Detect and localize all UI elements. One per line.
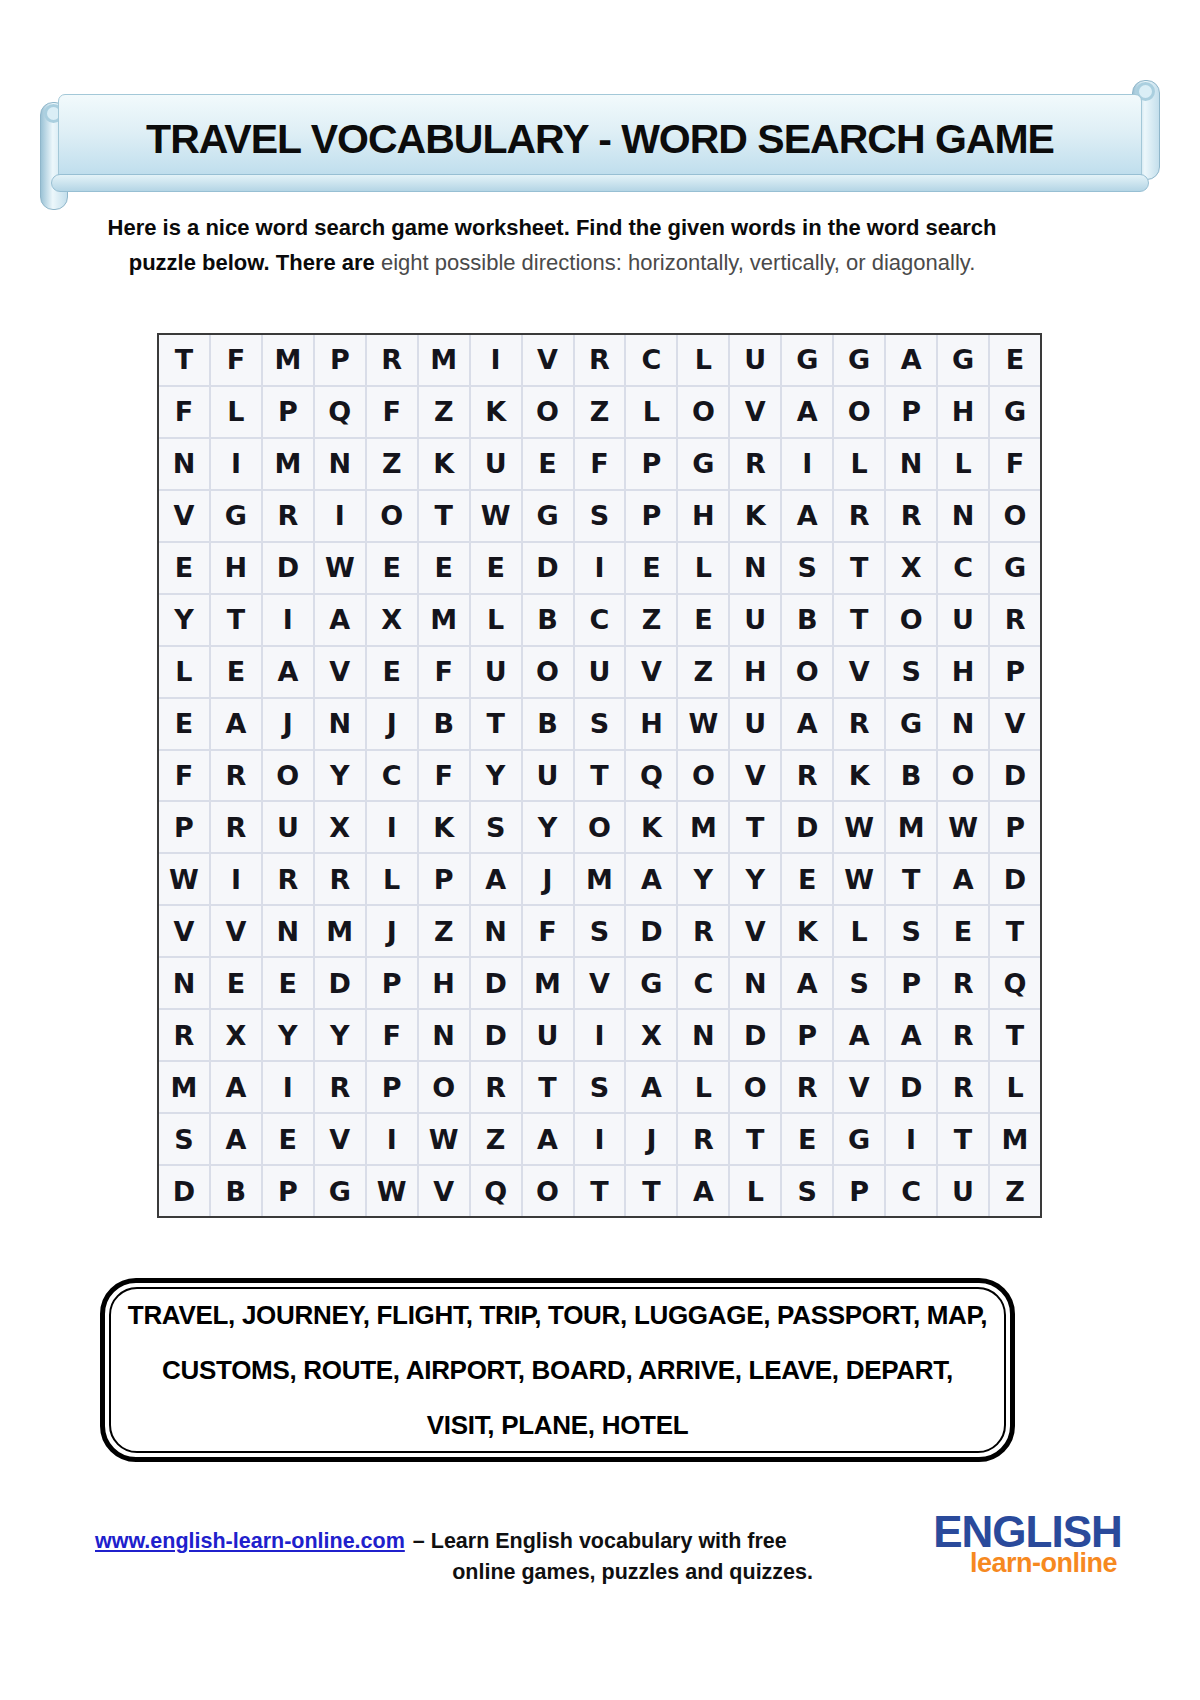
grid-cell: V bbox=[315, 647, 365, 697]
grid-cell: E bbox=[626, 543, 676, 593]
grid-cell: A bbox=[211, 1114, 261, 1164]
grid-cell: R bbox=[886, 491, 936, 541]
grid-cell: I bbox=[367, 802, 417, 852]
grid-cell: R bbox=[263, 854, 313, 904]
grid-cell: Q bbox=[626, 751, 676, 801]
grid-cell: U bbox=[523, 751, 573, 801]
grid-cell: B bbox=[523, 595, 573, 645]
grid-cell: K bbox=[419, 439, 469, 489]
grid-cell: T bbox=[419, 491, 469, 541]
grid-cell: N bbox=[678, 1010, 728, 1060]
grid-cell: N bbox=[159, 439, 209, 489]
grid-cell: H bbox=[211, 543, 261, 593]
grid-cell: W bbox=[315, 543, 365, 593]
grid-cell: O bbox=[782, 647, 832, 697]
grid-cell: F bbox=[419, 751, 469, 801]
grid-cell: U bbox=[730, 699, 780, 749]
grid-cell: G bbox=[626, 958, 676, 1008]
grid-cell: G bbox=[782, 335, 832, 385]
grid-cell: E bbox=[678, 595, 728, 645]
grid-cell: M bbox=[419, 595, 469, 645]
grid-cell: S bbox=[834, 958, 884, 1008]
grid-cell: T bbox=[990, 1010, 1040, 1060]
grid-cell: S bbox=[471, 802, 521, 852]
grid-cell: R bbox=[938, 1062, 988, 1112]
grid-cell: Y bbox=[159, 595, 209, 645]
grid-cell: J bbox=[367, 699, 417, 749]
grid-cell: L bbox=[367, 854, 417, 904]
grid-cell: V bbox=[159, 906, 209, 956]
grid-cell: H bbox=[730, 647, 780, 697]
grid-cell: A bbox=[471, 854, 521, 904]
grid-cell: Y bbox=[523, 802, 573, 852]
grid-cell: N bbox=[419, 1010, 469, 1060]
grid-cell: S bbox=[782, 543, 832, 593]
grid-cell: T bbox=[990, 906, 1040, 956]
footer-line1: www.english-learn-online.com– Learn Engl… bbox=[95, 1526, 825, 1557]
grid-cell: W bbox=[834, 854, 884, 904]
grid-cell: B bbox=[886, 751, 936, 801]
grid-cell: E bbox=[782, 1114, 832, 1164]
grid-cell: J bbox=[367, 906, 417, 956]
title-banner: TRAVEL VOCABULARY - WORD SEARCH GAME bbox=[40, 84, 1160, 208]
grid-cell: L bbox=[159, 647, 209, 697]
instructions-line2-gray: eight possible directions: horizontally,… bbox=[375, 250, 975, 275]
grid-cell: W bbox=[678, 699, 728, 749]
grid-cell: A bbox=[782, 958, 832, 1008]
grid-cell: Z bbox=[626, 595, 676, 645]
grid-cell: D bbox=[471, 958, 521, 1008]
footer-tagline-line2: online games, puzzles and quizzes. bbox=[95, 1557, 825, 1588]
grid-cell: C bbox=[938, 543, 988, 593]
grid-cell: F bbox=[575, 439, 625, 489]
grid-cell: X bbox=[315, 802, 365, 852]
grid-cell: C bbox=[575, 595, 625, 645]
grid-cell: Z bbox=[990, 1166, 1040, 1216]
grid-cell: R bbox=[315, 854, 365, 904]
grid-cell: A bbox=[523, 1114, 573, 1164]
grid-cell: J bbox=[626, 1114, 676, 1164]
grid-cell: I bbox=[575, 1114, 625, 1164]
grid-cell: T bbox=[575, 751, 625, 801]
grid-cell: C bbox=[886, 1166, 936, 1216]
grid-cell: D bbox=[159, 1166, 209, 1216]
grid-cell: V bbox=[575, 958, 625, 1008]
grid-cell: A bbox=[315, 595, 365, 645]
instructions-line1-text: Here is a nice word search game workshee… bbox=[108, 215, 997, 240]
grid-cell: P bbox=[263, 1166, 313, 1216]
grid-cell: F bbox=[367, 1010, 417, 1060]
grid-cell: U bbox=[938, 1166, 988, 1216]
grid-cell: I bbox=[782, 439, 832, 489]
grid-cell: L bbox=[938, 439, 988, 489]
grid-cell: O bbox=[990, 491, 1040, 541]
grid-cell: L bbox=[678, 1062, 728, 1112]
grid-cell: U bbox=[575, 647, 625, 697]
grid-cell: P bbox=[990, 647, 1040, 697]
grid-cell: R bbox=[782, 1062, 832, 1112]
instructions: Here is a nice word search game workshee… bbox=[0, 210, 1104, 280]
grid-cell: Z bbox=[367, 439, 417, 489]
grid-cell: T bbox=[730, 1114, 780, 1164]
grid-cell: W bbox=[834, 802, 884, 852]
grid-cell: M bbox=[263, 335, 313, 385]
grid-cell: D bbox=[471, 1010, 521, 1060]
grid-cell: P bbox=[834, 1166, 884, 1216]
grid-cell: N bbox=[315, 699, 365, 749]
grid-cell: N bbox=[938, 699, 988, 749]
grid-cell: N bbox=[730, 543, 780, 593]
page-title: TRAVEL VOCABULARY - WORD SEARCH GAME bbox=[146, 116, 1054, 163]
grid-cell: M bbox=[419, 335, 469, 385]
grid-cell: P bbox=[419, 854, 469, 904]
grid-cell: A bbox=[886, 1010, 936, 1060]
grid-cell: P bbox=[886, 958, 936, 1008]
grid-cell: V bbox=[730, 387, 780, 437]
grid-cell: E bbox=[419, 543, 469, 593]
grid-cell: N bbox=[315, 439, 365, 489]
grid-cell: M bbox=[159, 1062, 209, 1112]
grid-cell: D bbox=[990, 751, 1040, 801]
grid-cell: V bbox=[834, 647, 884, 697]
grid-cell: V bbox=[834, 1062, 884, 1112]
grid-cell: W bbox=[471, 491, 521, 541]
grid-cell: R bbox=[678, 906, 728, 956]
grid-cell: N bbox=[886, 439, 936, 489]
grid-cell: L bbox=[678, 543, 728, 593]
grid-cell: M bbox=[315, 906, 365, 956]
grid-cell: B bbox=[523, 699, 573, 749]
grid-cell: X bbox=[211, 1010, 261, 1060]
grid-cell: Z bbox=[471, 1114, 521, 1164]
grid-cell: R bbox=[730, 439, 780, 489]
grid-cell: I bbox=[575, 1010, 625, 1060]
grid-cell: E bbox=[938, 906, 988, 956]
grid-cell: L bbox=[211, 387, 261, 437]
grid-cell: I bbox=[471, 335, 521, 385]
grid-cell: Z bbox=[678, 647, 728, 697]
grid-cell: R bbox=[211, 751, 261, 801]
grid-cell: G bbox=[315, 1166, 365, 1216]
grid-cell: H bbox=[938, 387, 988, 437]
grid-cell: A bbox=[782, 491, 832, 541]
grid-cell: R bbox=[367, 335, 417, 385]
grid-cell: P bbox=[367, 1062, 417, 1112]
grid-cell: E bbox=[263, 1114, 313, 1164]
worksheet-page: TRAVEL VOCABULARY - WORD SEARCH GAME Her… bbox=[0, 0, 1200, 1700]
grid-cell: I bbox=[315, 491, 365, 541]
grid-cell: L bbox=[834, 439, 884, 489]
grid-cell: R bbox=[834, 491, 884, 541]
grid-cell: A bbox=[211, 1062, 261, 1112]
grid-cell: U bbox=[523, 1010, 573, 1060]
grid-cell: A bbox=[678, 1166, 728, 1216]
grid-cell: C bbox=[626, 335, 676, 385]
grid-cell: G bbox=[938, 335, 988, 385]
grid-cell: I bbox=[263, 595, 313, 645]
grid-cell: O bbox=[938, 751, 988, 801]
grid-cell: O bbox=[523, 647, 573, 697]
grid-cell: B bbox=[419, 699, 469, 749]
grid-cell: Y bbox=[315, 751, 365, 801]
grid-cell: D bbox=[730, 1010, 780, 1060]
grid-cell: O bbox=[523, 1166, 573, 1216]
grid-cell: A bbox=[886, 335, 936, 385]
grid-cell: U bbox=[471, 439, 521, 489]
grid-cell: K bbox=[626, 802, 676, 852]
word-list-line: VISIT, PLANE, HOTEL bbox=[427, 1398, 689, 1453]
grid-cell: V bbox=[315, 1114, 365, 1164]
grid-cell: B bbox=[782, 595, 832, 645]
grid-cell: P bbox=[782, 1010, 832, 1060]
grid-cell: P bbox=[263, 387, 313, 437]
grid-cell: U bbox=[938, 595, 988, 645]
grid-cell: W bbox=[419, 1114, 469, 1164]
grid-cell: A bbox=[626, 1062, 676, 1112]
grid-cell: T bbox=[211, 595, 261, 645]
grid-cell: A bbox=[938, 854, 988, 904]
grid-cell: J bbox=[523, 854, 573, 904]
grid-cell: L bbox=[730, 1166, 780, 1216]
instructions-line1: Here is a nice word search game workshee… bbox=[0, 210, 1104, 245]
grid-cell: V bbox=[211, 906, 261, 956]
grid-cell: N bbox=[159, 958, 209, 1008]
grid-cell: S bbox=[886, 647, 936, 697]
grid-cell: O bbox=[834, 387, 884, 437]
grid-cell: M bbox=[678, 802, 728, 852]
grid-cell: I bbox=[211, 439, 261, 489]
grid-cell: I bbox=[211, 854, 261, 904]
grid-cell: F bbox=[159, 387, 209, 437]
grid-cell: S bbox=[575, 1062, 625, 1112]
grid-cell: R bbox=[834, 699, 884, 749]
title-banner-body: TRAVEL VOCABULARY - WORD SEARCH GAME bbox=[58, 94, 1142, 184]
grid-cell: S bbox=[782, 1166, 832, 1216]
grid-cell: A bbox=[834, 1010, 884, 1060]
grid-cell: D bbox=[990, 854, 1040, 904]
grid-cell: R bbox=[575, 335, 625, 385]
grid-cell: W bbox=[938, 802, 988, 852]
grid-cell: P bbox=[886, 387, 936, 437]
grid-cell: Z bbox=[419, 906, 469, 956]
grid-cell: E bbox=[471, 543, 521, 593]
grid-cell: V bbox=[159, 491, 209, 541]
grid-cell: S bbox=[575, 906, 625, 956]
grid-cell: E bbox=[211, 647, 261, 697]
grid-cell: E bbox=[523, 439, 573, 489]
grid-cell: O bbox=[419, 1062, 469, 1112]
grid-cell: P bbox=[367, 958, 417, 1008]
grid-cell: O bbox=[730, 1062, 780, 1112]
grid-cell: Z bbox=[575, 387, 625, 437]
grid-cell: Q bbox=[471, 1166, 521, 1216]
grid-cell: R bbox=[990, 595, 1040, 645]
grid-cell: T bbox=[834, 595, 884, 645]
grid-cell: D bbox=[315, 958, 365, 1008]
grid-cell: F bbox=[159, 751, 209, 801]
grid-cell: R bbox=[678, 1114, 728, 1164]
grid-cell: A bbox=[263, 647, 313, 697]
word-list-box: TRAVEL, JOURNEY, FLIGHT, TRIP, TOUR, LUG… bbox=[100, 1278, 1015, 1462]
grid-cell: F bbox=[419, 647, 469, 697]
grid-cell: X bbox=[367, 595, 417, 645]
grid-cell: F bbox=[211, 335, 261, 385]
grid-cell: Q bbox=[990, 958, 1040, 1008]
footer: www.english-learn-online.com– Learn Engl… bbox=[95, 1526, 825, 1588]
grid-cell: V bbox=[523, 335, 573, 385]
grid-cell: J bbox=[263, 699, 313, 749]
grid-cell: P bbox=[626, 491, 676, 541]
grid-cell: I bbox=[263, 1062, 313, 1112]
grid-cell: L bbox=[471, 595, 521, 645]
grid-cell: F bbox=[367, 387, 417, 437]
grid-cell: F bbox=[990, 439, 1040, 489]
grid-cell: Y bbox=[471, 751, 521, 801]
grid-cell: T bbox=[626, 1166, 676, 1216]
grid-cell: O bbox=[523, 387, 573, 437]
grid-cell: M bbox=[990, 1114, 1040, 1164]
grid-cell: F bbox=[523, 906, 573, 956]
grid-cell: N bbox=[938, 491, 988, 541]
grid-cell: H bbox=[938, 647, 988, 697]
grid-cell: U bbox=[263, 802, 313, 852]
grid-cell: O bbox=[367, 491, 417, 541]
grid-cell: G bbox=[990, 387, 1040, 437]
grid-cell: G bbox=[886, 699, 936, 749]
grid-cell: G bbox=[834, 1114, 884, 1164]
grid-cell: U bbox=[730, 335, 780, 385]
grid-cell: I bbox=[886, 1114, 936, 1164]
grid-cell: R bbox=[315, 1062, 365, 1112]
grid-cell: V bbox=[730, 906, 780, 956]
grid-cell: H bbox=[626, 699, 676, 749]
grid-cell: T bbox=[523, 1062, 573, 1112]
grid-cell: K bbox=[782, 906, 832, 956]
grid-cell: Q bbox=[315, 387, 365, 437]
grid-cell: W bbox=[367, 1166, 417, 1216]
grid-cell: D bbox=[886, 1062, 936, 1112]
grid-cell: B bbox=[211, 1166, 261, 1216]
grid-cell: C bbox=[678, 958, 728, 1008]
grid-cell: O bbox=[678, 751, 728, 801]
grid-cell: K bbox=[730, 491, 780, 541]
grid-cell: D bbox=[263, 543, 313, 593]
grid-cell: R bbox=[263, 491, 313, 541]
grid-cell: T bbox=[159, 335, 209, 385]
grid-cell: E bbox=[367, 647, 417, 697]
grid-cell: T bbox=[886, 854, 936, 904]
grid-cell: P bbox=[990, 802, 1040, 852]
grid-cell: N bbox=[471, 906, 521, 956]
grid-cell: M bbox=[523, 958, 573, 1008]
grid-cell: E bbox=[159, 699, 209, 749]
grid-cell: L bbox=[834, 906, 884, 956]
grid-cell: W bbox=[159, 854, 209, 904]
grid-cell: C bbox=[367, 751, 417, 801]
grid-cell: D bbox=[523, 543, 573, 593]
grid-cell: L bbox=[990, 1062, 1040, 1112]
grid-cell: G bbox=[211, 491, 261, 541]
grid-cell: R bbox=[211, 802, 261, 852]
grid-cell: V bbox=[419, 1166, 469, 1216]
grid-cell: P bbox=[315, 335, 365, 385]
grid-cell: G bbox=[523, 491, 573, 541]
grid-cell: E bbox=[211, 958, 261, 1008]
grid-cell: N bbox=[730, 958, 780, 1008]
grid-cell: E bbox=[159, 543, 209, 593]
grid-cell: A bbox=[782, 387, 832, 437]
grid-cell: X bbox=[626, 1010, 676, 1060]
grid-cell: P bbox=[626, 439, 676, 489]
grid-cell: G bbox=[834, 335, 884, 385]
grid-cell: E bbox=[990, 335, 1040, 385]
grid-cell: N bbox=[263, 906, 313, 956]
grid-cell: G bbox=[990, 543, 1040, 593]
grid-cell: I bbox=[367, 1114, 417, 1164]
grid-cell: O bbox=[886, 595, 936, 645]
grid-cell: K bbox=[471, 387, 521, 437]
grid-cell: E bbox=[263, 958, 313, 1008]
grid-cell: S bbox=[886, 906, 936, 956]
grid-cell: L bbox=[626, 387, 676, 437]
grid-cell: S bbox=[575, 491, 625, 541]
grid-cell: R bbox=[938, 1010, 988, 1060]
grid-cell: R bbox=[159, 1010, 209, 1060]
grid-cell: S bbox=[575, 699, 625, 749]
grid-cell: D bbox=[782, 802, 832, 852]
grid-cell: T bbox=[730, 802, 780, 852]
grid-cell: A bbox=[782, 699, 832, 749]
grid-cell: M bbox=[575, 854, 625, 904]
grid-cell: K bbox=[419, 802, 469, 852]
grid-cell: H bbox=[419, 958, 469, 1008]
grid-cell: E bbox=[367, 543, 417, 593]
grid-cell: A bbox=[211, 699, 261, 749]
grid-cell: X bbox=[886, 543, 936, 593]
grid-cell: S bbox=[159, 1114, 209, 1164]
grid-cell: V bbox=[990, 699, 1040, 749]
grid-cell: Z bbox=[419, 387, 469, 437]
grid-cell: T bbox=[575, 1166, 625, 1216]
instructions-line2-bold: puzzle below. There are bbox=[129, 250, 375, 275]
word-list-box-inner: TRAVEL, JOURNEY, FLIGHT, TRIP, TOUR, LUG… bbox=[109, 1287, 1006, 1453]
grid-cell: I bbox=[575, 543, 625, 593]
grid-cell: R bbox=[471, 1062, 521, 1112]
grid-cell: U bbox=[471, 647, 521, 697]
word-list-line: CUSTOMS, ROUTE, AIRPORT, BOARD, ARRIVE, … bbox=[162, 1343, 953, 1398]
website-link[interactable]: www.english-learn-online.com bbox=[95, 1529, 405, 1553]
grid-cell: T bbox=[938, 1114, 988, 1164]
site-logo: ENGLISH learn-online bbox=[930, 1510, 1125, 1577]
grid-cell: Y bbox=[730, 854, 780, 904]
instructions-line2: puzzle below. There are eight possible d… bbox=[0, 245, 1104, 280]
grid-cell: O bbox=[678, 387, 728, 437]
grid-cell: T bbox=[471, 699, 521, 749]
grid-cell: V bbox=[626, 647, 676, 697]
grid-cell: Y bbox=[315, 1010, 365, 1060]
grid-cell: V bbox=[730, 751, 780, 801]
grid-cell: U bbox=[730, 595, 780, 645]
grid-cell: D bbox=[626, 906, 676, 956]
grid-cell: G bbox=[678, 439, 728, 489]
grid-cell: P bbox=[159, 802, 209, 852]
word-list-line: TRAVEL, JOURNEY, FLIGHT, TRIP, TOUR, LUG… bbox=[128, 1288, 987, 1343]
grid-cell: Y bbox=[263, 1010, 313, 1060]
grid-cell: L bbox=[678, 335, 728, 385]
grid-cell: O bbox=[575, 802, 625, 852]
word-search-grid: TFMPRMIVRCLUGGAGEFLPQFZKOZLOVAOPHGNIMNZK… bbox=[157, 333, 1042, 1218]
grid-cell: M bbox=[886, 802, 936, 852]
